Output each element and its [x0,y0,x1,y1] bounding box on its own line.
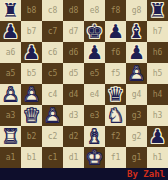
square-label: h7 [147,21,168,42]
square-label: d7 [63,21,84,42]
square-label: g4 [126,84,147,105]
square-d4[interactable]: d4 [63,84,84,105]
square-g1[interactable]: g1 [126,147,147,168]
square-label: c7 [42,21,63,42]
piece-white-pawn[interactable]: ♟♙ [0,84,21,105]
square-label: c2 [42,126,63,147]
square-b1[interactable]: b1 [21,147,42,168]
piece-white-rook[interactable]: ♜♖ [0,126,21,147]
square-label: h3 [147,105,168,126]
piece-glyph-detail: ♙ [42,105,63,126]
piece-black-pawn[interactable]: ♟ [147,126,168,147]
square-h1[interactable]: h1 [147,147,168,168]
square-d5[interactable]: d5 [63,63,84,84]
square-label: h1 [147,147,168,168]
square-label: a3 [0,105,21,126]
piece-glyph-detail: ♖ [0,126,21,147]
piece-glyph: ♜ [0,0,21,21]
square-label: b1 [21,147,42,168]
piece-glyph: ♟ [21,42,42,63]
square-label: a1 [0,147,21,168]
square-c2[interactable]: c2 [42,126,63,147]
square-label: d5 [63,63,84,84]
square-h4[interactable]: h4 [147,84,168,105]
square-b5[interactable]: b5 [21,63,42,84]
piece-glyph-detail: ♕ [21,105,42,126]
square-label: g8 [126,0,147,21]
square-g8[interactable]: g8 [126,0,147,21]
square-label: e4 [84,84,105,105]
square-label: b5 [21,63,42,84]
square-a7[interactable]: ♟ [0,21,21,42]
piece-white-knight[interactable]: ♞♘ [105,105,126,126]
square-b6[interactable]: ♟ [21,42,42,63]
square-g3[interactable]: g3 [126,105,147,126]
square-e4[interactable]: e4 [84,84,105,105]
square-label: f2 [105,126,126,147]
piece-black-rook[interactable]: ♜ [147,0,168,21]
square-label: c1 [42,147,63,168]
piece-white-queen[interactable]: ♛♕ [21,105,42,126]
square-e2[interactable]: ♝♗ [84,126,105,147]
piece-glyph-detail: ♙ [21,84,42,105]
piece-glyph-detail: ♔ [84,147,105,168]
square-d6[interactable]: d6 [63,42,84,63]
square-g6[interactable]: ♟ [126,42,147,63]
piece-black-pawn[interactable]: ♟ [21,42,42,63]
piece-glyph-detail: ♘ [105,105,126,126]
square-label: d3 [63,105,84,126]
square-h3[interactable]: h3 [147,105,168,126]
square-label: f6 [105,42,126,63]
credit-bar: By Zahl [0,168,168,180]
square-b2[interactable]: b2 [21,126,42,147]
piece-glyph: ♟ [84,42,105,63]
piece-glyph: ♝ [126,21,147,42]
square-a2[interactable]: ♜♖ [0,126,21,147]
square-f1[interactable]: f1 [105,147,126,168]
piece-glyph: ♟ [147,126,168,147]
piece-glyph: ♟ [0,21,21,42]
piece-glyph-detail: ♙ [0,84,21,105]
piece-white-king[interactable]: ♚♔ [84,147,105,168]
square-label: g3 [126,105,147,126]
square-c3[interactable]: ♟♙ [42,105,63,126]
square-e1[interactable]: ♚♔ [84,147,105,168]
piece-black-pawn[interactable]: ♟ [105,21,126,42]
piece-white-pawn[interactable]: ♟♙ [42,105,63,126]
square-h6[interactable]: h6 [147,42,168,63]
piece-white-bishop[interactable]: ♝♗ [84,126,105,147]
square-label: d4 [63,84,84,105]
square-a6[interactable]: a6 [0,42,21,63]
square-d2[interactable]: d2 [63,126,84,147]
square-f5[interactable]: f5 [105,63,126,84]
square-label: d6 [63,42,84,63]
square-d1[interactable]: d1 [63,147,84,168]
square-h5[interactable]: h5 [147,63,168,84]
square-e8[interactable]: e8 [84,0,105,21]
square-label: b2 [21,126,42,147]
piece-black-rook[interactable]: ♜ [0,0,21,21]
piece-glyph-detail: ♙ [126,63,147,84]
square-a3[interactable]: a3 [0,105,21,126]
square-b3[interactable]: ♛♕ [21,105,42,126]
square-f2[interactable]: f2 [105,126,126,147]
square-g2[interactable]: g2 [126,126,147,147]
chess-board: ♜b8c8d8e8f8g8♜♟b7c7d7♚♟♝h7a6♟c6d6♟f6♟h6a… [0,0,168,168]
piece-black-pawn[interactable]: ♟ [84,42,105,63]
square-a1[interactable]: a1 [0,147,21,168]
square-label: e8 [84,0,105,21]
piece-glyph: ♚ [84,21,105,42]
square-c1[interactable]: c1 [42,147,63,168]
piece-glyph: ♟ [105,21,126,42]
square-e6[interactable]: ♟ [84,42,105,63]
square-c8[interactable]: c8 [42,0,63,21]
square-f6[interactable]: f6 [105,42,126,63]
square-label: c6 [42,42,63,63]
square-label: a6 [0,42,21,63]
square-c6[interactable]: c6 [42,42,63,63]
square-label: c4 [42,84,63,105]
square-d3[interactable]: d3 [63,105,84,126]
square-label: g1 [126,147,147,168]
piece-black-bishop[interactable]: ♝ [126,21,147,42]
piece-black-queen[interactable]: ♛ [105,84,126,105]
square-label: c8 [42,0,63,21]
square-f8[interactable]: f8 [105,0,126,21]
square-label: h6 [147,42,168,63]
piece-white-pawn[interactable]: ♟♙ [21,84,42,105]
square-label: e5 [84,63,105,84]
piece-black-king[interactable]: ♚ [84,21,105,42]
piece-glyph-detail: ♗ [84,126,105,147]
credit-text: By Zahl [127,168,168,180]
square-c4[interactable]: c4 [42,84,63,105]
square-label: d2 [63,126,84,147]
square-d8[interactable]: d8 [63,0,84,21]
square-e7[interactable]: ♚ [84,21,105,42]
square-f4[interactable]: ♛ [105,84,126,105]
square-label: g2 [126,126,147,147]
square-label: h4 [147,84,168,105]
piece-white-pawn[interactable]: ♟♙ [126,63,147,84]
square-f7[interactable]: ♟ [105,21,126,42]
square-a5[interactable]: a5 [0,63,21,84]
square-h8[interactable]: ♜ [147,0,168,21]
square-g7[interactable]: ♝ [126,21,147,42]
square-label: f1 [105,147,126,168]
square-label: e3 [84,105,105,126]
square-label: d8 [63,0,84,21]
square-b8[interactable]: b8 [21,0,42,21]
piece-glyph: ♛ [105,84,126,105]
square-a8[interactable]: ♜ [0,0,21,21]
square-f3[interactable]: ♞♘ [105,105,126,126]
square-label: b7 [21,21,42,42]
square-d7[interactable]: d7 [63,21,84,42]
square-g4[interactable]: g4 [126,84,147,105]
square-a4[interactable]: ♟♙ [0,84,21,105]
square-c5[interactable]: c5 [42,63,63,84]
piece-black-pawn[interactable]: ♟ [126,42,147,63]
square-label: f8 [105,0,126,21]
square-label: d1 [63,147,84,168]
square-b7[interactable]: b7 [21,21,42,42]
piece-glyph: ♟ [126,42,147,63]
square-label: f5 [105,63,126,84]
square-h2[interactable]: ♟ [147,126,168,147]
square-label: b8 [21,0,42,21]
square-g5[interactable]: ♟♙ [126,63,147,84]
piece-glyph: ♜ [147,0,168,21]
square-c7[interactable]: c7 [42,21,63,42]
square-label: h5 [147,63,168,84]
square-h7[interactable]: h7 [147,21,168,42]
square-b4[interactable]: ♟♙ [21,84,42,105]
piece-black-pawn[interactable]: ♟ [0,21,21,42]
square-e5[interactable]: e5 [84,63,105,84]
square-label: c5 [42,63,63,84]
square-e3[interactable]: e3 [84,105,105,126]
square-label: a5 [0,63,21,84]
